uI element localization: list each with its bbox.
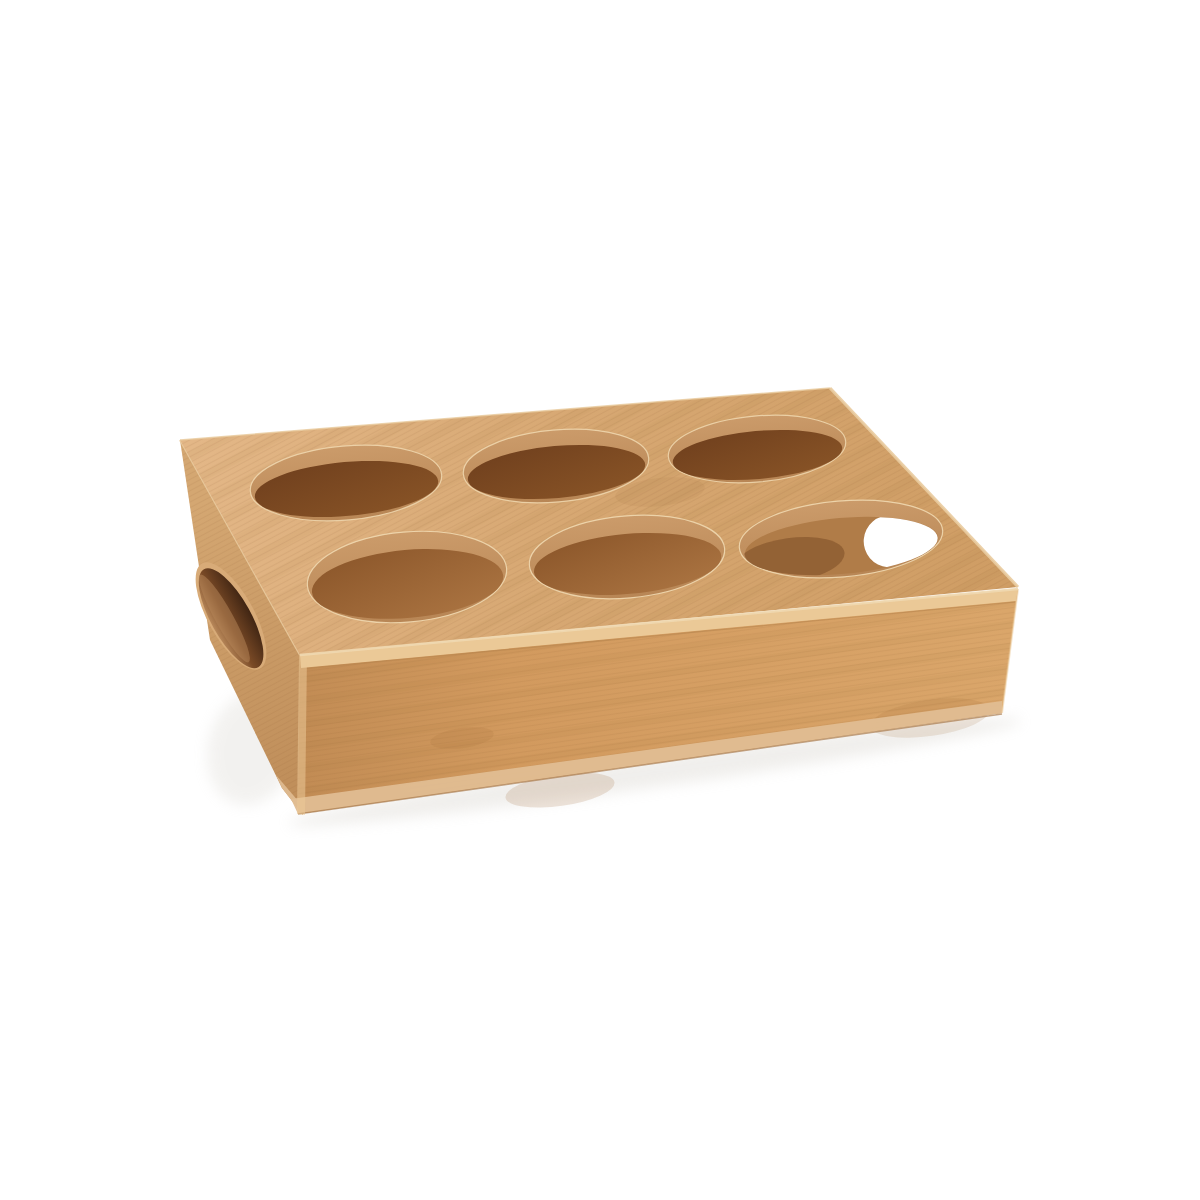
product-photo [0, 0, 1200, 1200]
